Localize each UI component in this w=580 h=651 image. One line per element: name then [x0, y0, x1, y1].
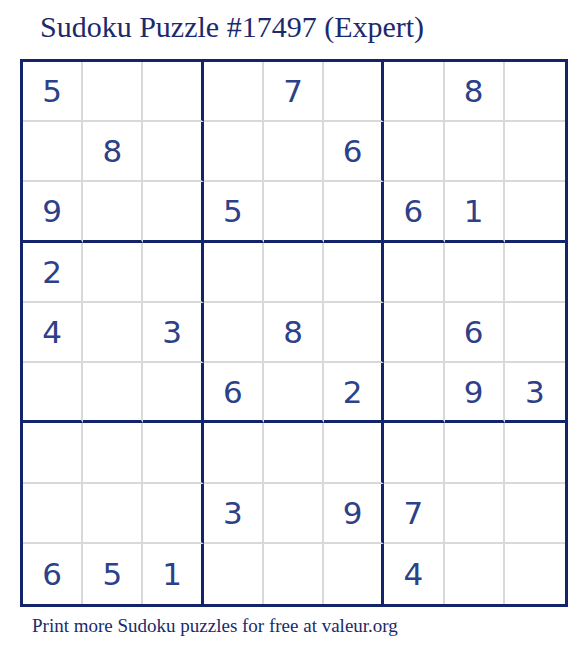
cell-r1c9	[505, 62, 565, 122]
cell-r8c8	[445, 484, 505, 544]
cell-r9c6	[324, 544, 384, 604]
cell-r4c9	[505, 243, 565, 303]
cell-r1c1: 5	[23, 62, 83, 122]
cell-r8c3	[143, 484, 203, 544]
cell-r9c8	[445, 544, 505, 604]
cell-r2c7	[384, 122, 444, 182]
cell-r2c4	[204, 122, 264, 182]
cell-r2c8	[445, 122, 505, 182]
cell-r3c6	[324, 182, 384, 242]
cell-r4c1: 2	[23, 243, 83, 303]
cell-r1c3	[143, 62, 203, 122]
cell-r5c3: 3	[143, 303, 203, 363]
cell-r5c8: 6	[445, 303, 505, 363]
cell-r4c5	[264, 243, 324, 303]
cell-r5c6	[324, 303, 384, 363]
cell-r7c1	[23, 423, 83, 483]
cell-r2c1	[23, 122, 83, 182]
cell-r1c6	[324, 62, 384, 122]
cell-r2c6: 6	[324, 122, 384, 182]
cell-r2c5	[264, 122, 324, 182]
cell-r1c2	[83, 62, 143, 122]
cell-r3c3	[143, 182, 203, 242]
cell-r3c5	[264, 182, 324, 242]
cell-r6c5	[264, 363, 324, 423]
cell-r9c3: 1	[143, 544, 203, 604]
cell-r7c9	[505, 423, 565, 483]
cell-r9c1: 6	[23, 544, 83, 604]
cell-r7c4	[204, 423, 264, 483]
cell-r1c4	[204, 62, 264, 122]
page-title: Sudoku Puzzle #17497 (Expert)	[40, 10, 424, 44]
cell-r5c4	[204, 303, 264, 363]
cell-r2c2: 8	[83, 122, 143, 182]
sudoku-page: Sudoku Puzzle #17497 (Expert) 5788695612…	[0, 0, 580, 651]
cell-r4c8	[445, 243, 505, 303]
cell-r8c5	[264, 484, 324, 544]
cell-r6c8: 9	[445, 363, 505, 423]
cell-r1c8: 8	[445, 62, 505, 122]
cell-r3c4: 5	[204, 182, 264, 242]
cell-r9c7: 4	[384, 544, 444, 604]
cell-r9c9	[505, 544, 565, 604]
cell-r3c7: 6	[384, 182, 444, 242]
cell-r9c5	[264, 544, 324, 604]
cell-r4c6	[324, 243, 384, 303]
cell-r8c2	[83, 484, 143, 544]
cell-r4c7	[384, 243, 444, 303]
cell-r8c7: 7	[384, 484, 444, 544]
cell-r6c6: 2	[324, 363, 384, 423]
cell-r7c2	[83, 423, 143, 483]
cell-r9c2: 5	[83, 544, 143, 604]
cell-r3c2	[83, 182, 143, 242]
cell-r7c7	[384, 423, 444, 483]
cell-r1c5: 7	[264, 62, 324, 122]
cell-r7c3	[143, 423, 203, 483]
cell-r4c4	[204, 243, 264, 303]
cell-r6c9: 3	[505, 363, 565, 423]
cell-r4c2	[83, 243, 143, 303]
cell-r5c1: 4	[23, 303, 83, 363]
cell-r6c3	[143, 363, 203, 423]
cell-r6c1	[23, 363, 83, 423]
cell-r8c1	[23, 484, 83, 544]
cell-r3c9	[505, 182, 565, 242]
cell-r1c7	[384, 62, 444, 122]
cell-r2c3	[143, 122, 203, 182]
cell-r2c9	[505, 122, 565, 182]
footer-note: Print more Sudoku puzzles for free at va…	[32, 615, 398, 637]
cell-r6c7	[384, 363, 444, 423]
cell-r8c4: 3	[204, 484, 264, 544]
cell-r5c2	[83, 303, 143, 363]
cell-r7c6	[324, 423, 384, 483]
cell-r8c9	[505, 484, 565, 544]
cell-r3c8: 1	[445, 182, 505, 242]
cell-r9c4	[204, 544, 264, 604]
cell-r6c2	[83, 363, 143, 423]
cell-r8c6: 9	[324, 484, 384, 544]
cell-r5c7	[384, 303, 444, 363]
cell-r3c1: 9	[23, 182, 83, 242]
cell-r4c3	[143, 243, 203, 303]
cell-r5c5: 8	[264, 303, 324, 363]
sudoku-board: 5788695612438662933976514	[20, 59, 568, 607]
cell-r7c5	[264, 423, 324, 483]
cell-r7c8	[445, 423, 505, 483]
cell-r6c4: 6	[204, 363, 264, 423]
cell-r5c9	[505, 303, 565, 363]
